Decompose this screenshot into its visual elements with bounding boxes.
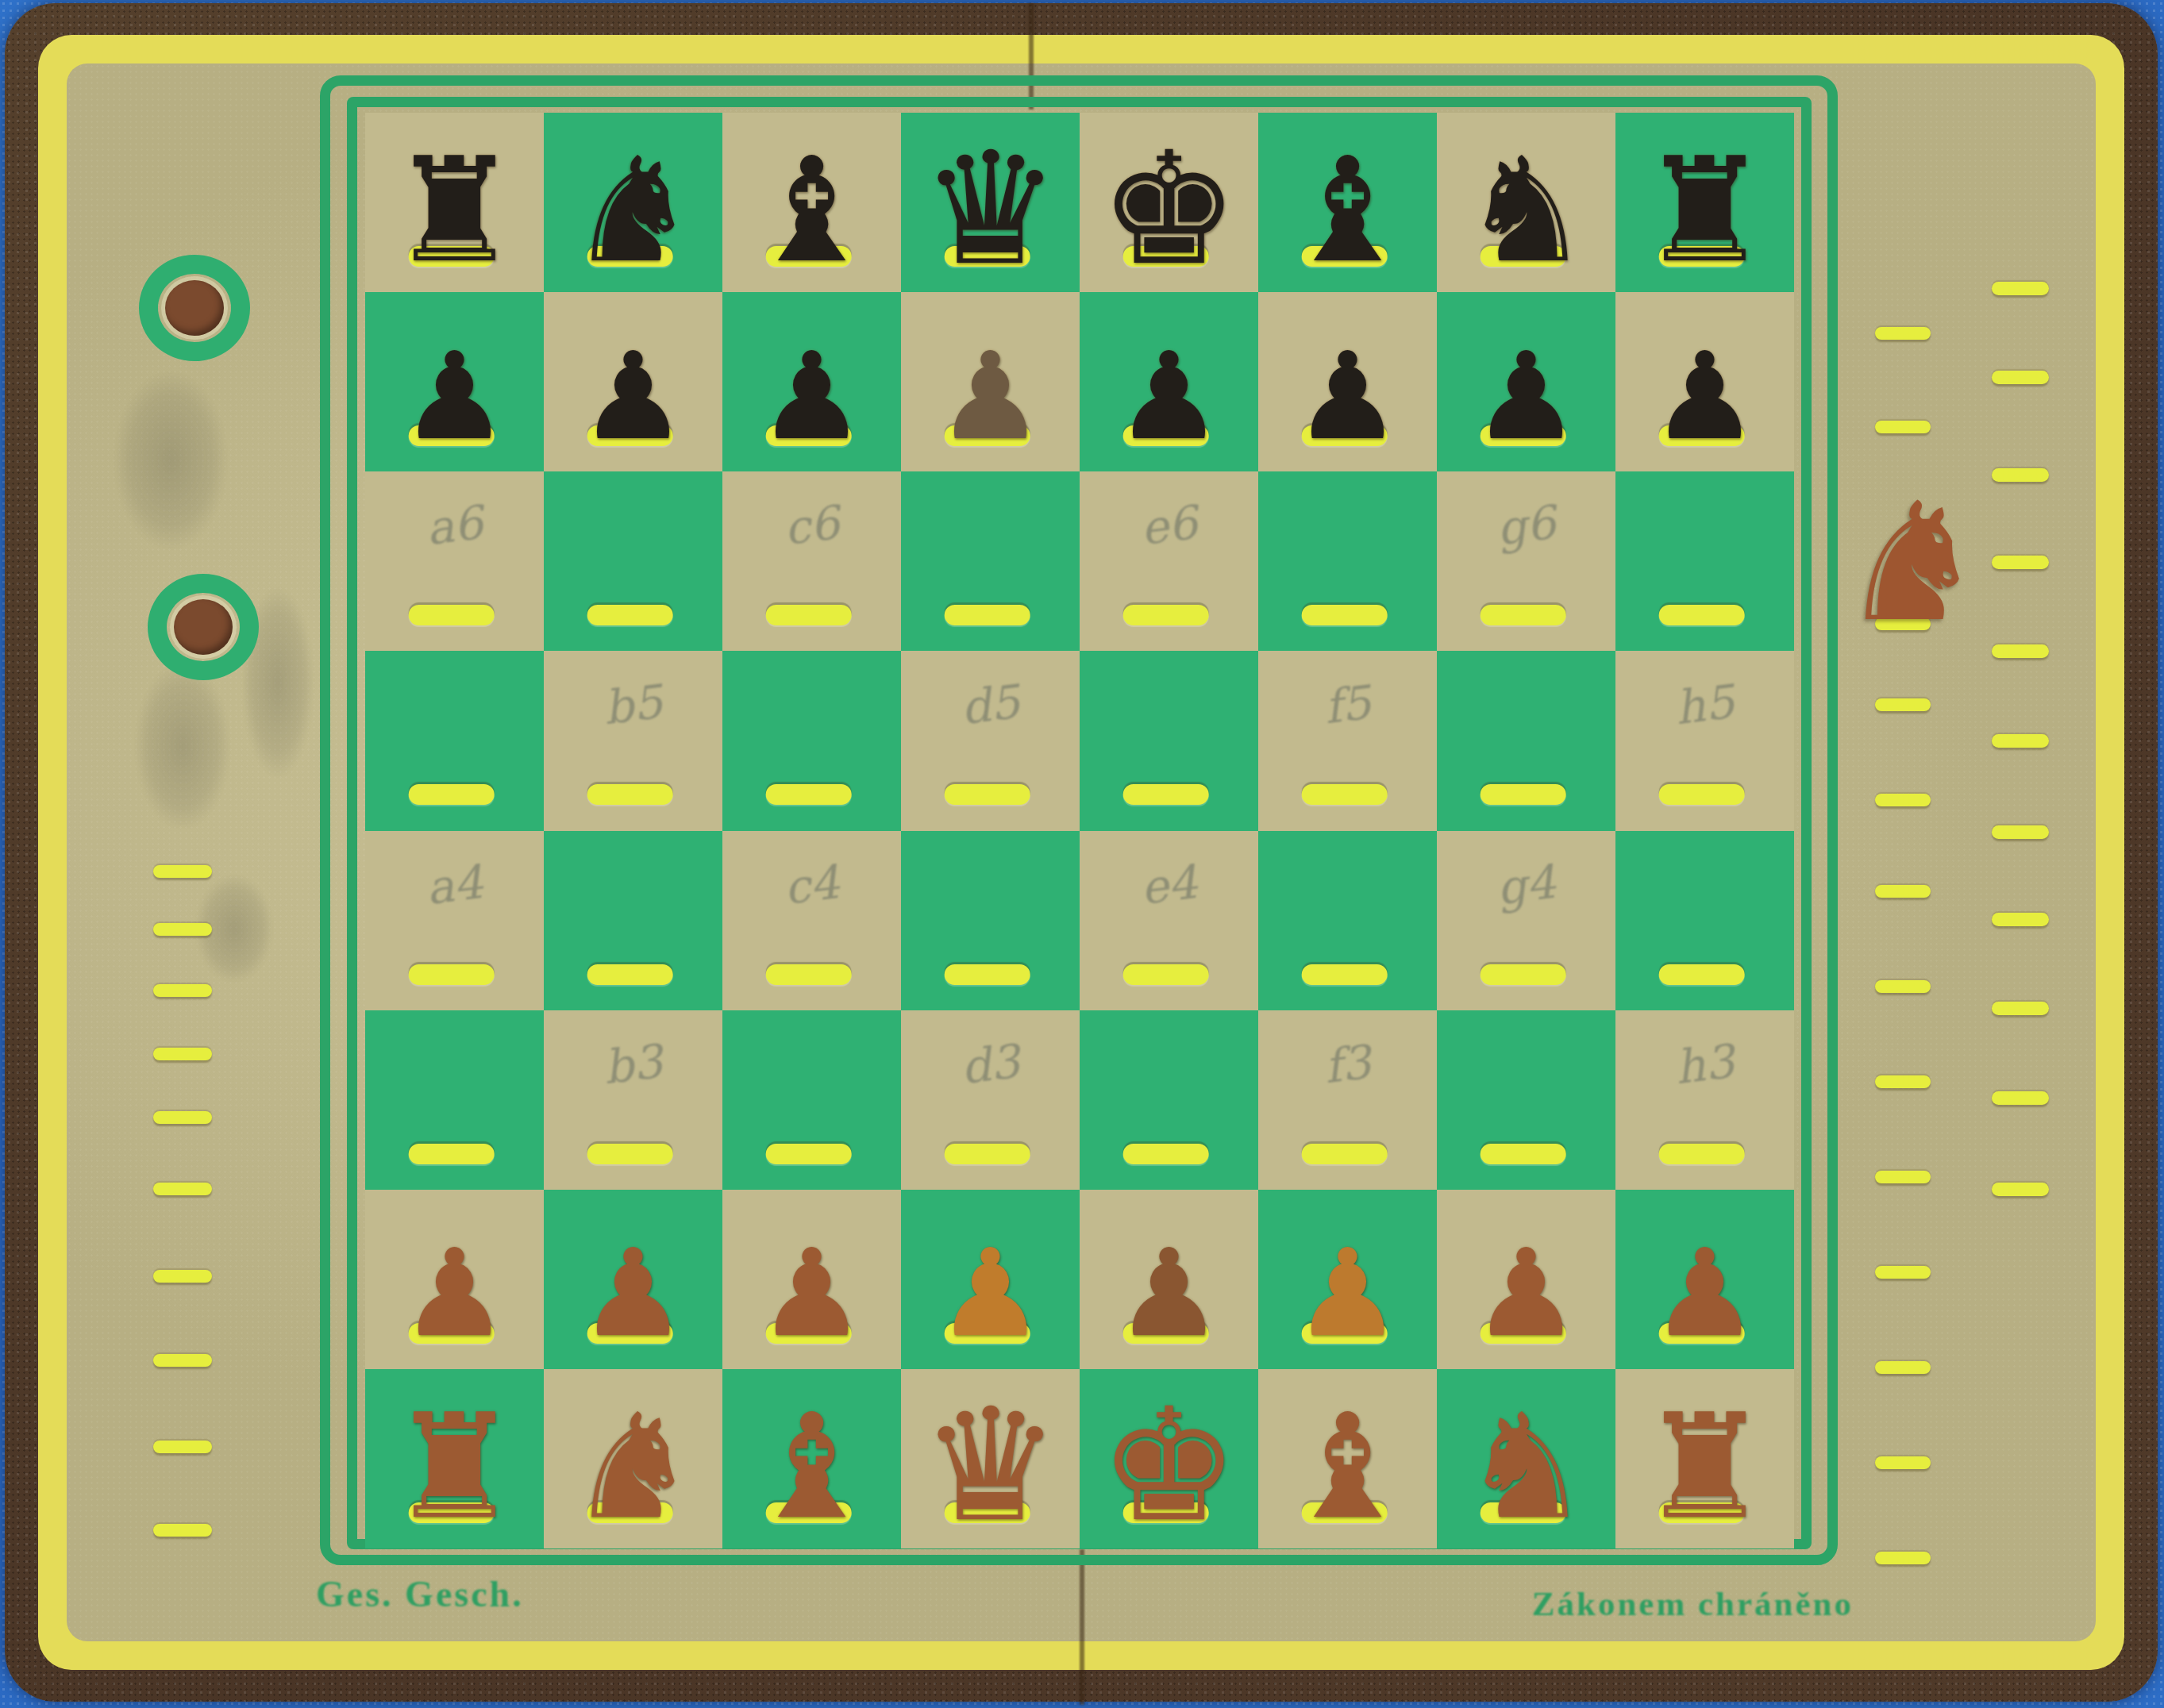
- pencil-note-h3: h3: [1613, 1026, 1797, 1102]
- rivet-center: [165, 280, 224, 336]
- storage-slot-right_inner_column: [1875, 1552, 1931, 1564]
- piece-slot-h5: [1658, 784, 1744, 805]
- piece-slot-g5: [1480, 784, 1565, 805]
- piece-white-pawn-f2: ♟: [1258, 1190, 1437, 1369]
- square-f6: [1258, 471, 1437, 651]
- storage-slot-right_inner_column: [1875, 698, 1931, 711]
- square-g1: ♞: [1437, 1369, 1615, 1548]
- piece-slot-d4: [944, 964, 1030, 985]
- square-d4: [901, 831, 1080, 1010]
- pencil-note-d5: d5: [899, 667, 1083, 743]
- piece-slot-e6: [1122, 605, 1208, 625]
- square-b6: [544, 471, 722, 651]
- rivet-bottom: [148, 574, 259, 680]
- square-e1: ♚: [1080, 1369, 1258, 1548]
- square-g2: ♟: [1437, 1190, 1615, 1369]
- storage-slot-left_column: [153, 1183, 212, 1195]
- square-e6: e6: [1080, 471, 1258, 651]
- storage-slot-right_outer_column: [1992, 913, 2049, 926]
- storage-slot-left_column: [153, 923, 212, 936]
- piece-black-bishop-c8: ♝: [722, 113, 901, 292]
- piece-slot-h3: [1658, 1144, 1744, 1164]
- piece-slot-c6: [765, 605, 851, 625]
- piece-slot-d6: [944, 605, 1030, 625]
- piece-black-queen-d8: ♛: [901, 113, 1080, 292]
- spare-white-knight: ♞: [1854, 467, 1970, 641]
- square-b3: b3: [544, 1010, 722, 1190]
- piece-white-pawn-b2: ♟: [544, 1190, 722, 1369]
- pencil-note-f3: f3: [1256, 1026, 1440, 1102]
- piece-white-pawn-h2: ♟: [1615, 1190, 1794, 1369]
- square-a1: ♜: [365, 1369, 544, 1548]
- storage-slot-right_inner_column: [1875, 980, 1931, 993]
- piece-white-bishop-c1: ♝: [722, 1369, 901, 1548]
- square-h2: ♟: [1615, 1190, 1794, 1369]
- storage-slot-left_column: [153, 865, 212, 878]
- piece-white-pawn-a2: ♟: [365, 1190, 544, 1369]
- pencil-note-g6: g6: [1434, 488, 1619, 564]
- piece-white-king-e1: ♚: [1080, 1369, 1258, 1548]
- square-g4: g4: [1437, 831, 1615, 1010]
- chess-board: ♜♞♝♛♚♝♞♜♟♟♟♟♟♟♟♟a6c6e6g6b5d5f5h5a4c4e4g4…: [365, 113, 1794, 1548]
- square-e8: ♚: [1080, 113, 1258, 292]
- square-b5: b5: [544, 651, 722, 830]
- square-b1: ♞: [544, 1369, 722, 1548]
- pencil-note-c6: c6: [720, 488, 904, 564]
- piece-slot-d3: [944, 1144, 1030, 1164]
- square-f5: f5: [1258, 651, 1437, 830]
- square-c1: ♝: [722, 1369, 901, 1548]
- piece-black-knight-g8: ♞: [1437, 113, 1615, 292]
- storage-slot-right_outer_column: [1992, 825, 2049, 839]
- storage-slot-right_outer_column: [1992, 371, 2049, 384]
- pencil-note-g4: g4: [1434, 847, 1619, 922]
- piece-black-knight-b8: ♞: [544, 113, 722, 292]
- pencil-note-e6: e6: [1077, 488, 1261, 564]
- pencil-note-c4: c4: [720, 847, 904, 922]
- piece-slot-g3: [1480, 1144, 1565, 1164]
- square-a4: a4: [365, 831, 544, 1010]
- piece-white-knight-g1: ♞: [1437, 1369, 1615, 1548]
- storage-slot-left_column: [153, 1441, 212, 1453]
- storage-slot-right_outer_column: [1992, 1002, 2049, 1015]
- square-f8: ♝: [1258, 113, 1437, 292]
- square-h7: ♟: [1615, 292, 1794, 471]
- square-c7: ♟: [722, 292, 901, 471]
- square-a2: ♟: [365, 1190, 544, 1369]
- square-h3: h3: [1615, 1010, 1794, 1190]
- piece-slot-e4: [1122, 964, 1208, 985]
- square-d1: ♛: [901, 1369, 1080, 1548]
- piece-white-pawn-d2: ♟: [901, 1190, 1080, 1369]
- piece-black-rook-a8: ♜: [365, 113, 544, 292]
- storage-slot-right_inner_column: [1875, 794, 1931, 806]
- piece-slot-d5: [944, 784, 1030, 805]
- piece-slot-e3: [1122, 1144, 1208, 1164]
- storage-slot-right_outer_column: [1992, 468, 2049, 482]
- storage-slot-right_outer_column: [1992, 556, 2049, 569]
- piece-black-king-e8: ♚: [1080, 113, 1258, 292]
- square-g3: [1437, 1010, 1615, 1190]
- square-d3: d3: [901, 1010, 1080, 1190]
- piece-slot-a3: [408, 1144, 494, 1164]
- piece-slot-b6: [587, 605, 672, 625]
- square-h5: h5: [1615, 651, 1794, 830]
- storage-slot-left_column: [153, 1111, 212, 1124]
- piece-slot-g6: [1480, 605, 1565, 625]
- square-d2: ♟: [901, 1190, 1080, 1369]
- square-h1: ♜: [1615, 1369, 1794, 1548]
- square-f1: ♝: [1258, 1369, 1437, 1548]
- square-a8: ♜: [365, 113, 544, 292]
- square-h4: [1615, 831, 1794, 1010]
- square-g7: ♟: [1437, 292, 1615, 471]
- square-a6: a6: [365, 471, 544, 651]
- square-f7: ♟: [1258, 292, 1437, 471]
- square-c8: ♝: [722, 113, 901, 292]
- square-b2: ♟: [544, 1190, 722, 1369]
- pencil-note-b5: b5: [541, 667, 726, 743]
- storage-slot-left_column: [153, 1048, 212, 1060]
- storage-slot-right_outer_column: [1992, 734, 2049, 748]
- square-g8: ♞: [1437, 113, 1615, 292]
- piece-black-pawn-c7: ♟: [722, 292, 901, 471]
- pencil-note-f5: f5: [1256, 667, 1440, 743]
- square-d6: [901, 471, 1080, 651]
- piece-slot-c5: [765, 784, 851, 805]
- piece-black-pawn-e7: ♟: [1080, 292, 1258, 471]
- square-c3: [722, 1010, 901, 1190]
- piece-white-pawn-g2: ♟: [1437, 1190, 1615, 1369]
- square-c2: ♟: [722, 1190, 901, 1369]
- piece-black-rook-h8: ♜: [1615, 113, 1794, 292]
- piece-slot-a4: [408, 964, 494, 985]
- square-e4: e4: [1080, 831, 1258, 1010]
- storage-slot-right_inner_column: [1875, 327, 1931, 340]
- square-f3: f3: [1258, 1010, 1437, 1190]
- fold-crease-bottom: [1080, 1549, 1084, 1705]
- storage-slot-right_outer_column: [1992, 282, 2049, 295]
- square-e7: ♟: [1080, 292, 1258, 471]
- piece-slot-f6: [1301, 605, 1387, 625]
- pencil-note-h5: h5: [1613, 667, 1797, 743]
- piece-white-rook-h1: ♜: [1615, 1369, 1794, 1548]
- storage-slot-left_column: [153, 1524, 212, 1537]
- square-a3: [365, 1010, 544, 1190]
- piece-slot-c3: [765, 1144, 851, 1164]
- piece-slot-g4: [1480, 964, 1565, 985]
- piece-slot-f4: [1301, 964, 1387, 985]
- storage-slot-right_inner_column: [1875, 1075, 1931, 1088]
- piece-slot-a5: [408, 784, 494, 805]
- pocket-chess-set-photo: ♜♞♝♛♚♝♞♜♟♟♟♟♟♟♟♟a6c6e6g6b5d5f5h5a4c4e4g4…: [0, 0, 2164, 1708]
- piece-slot-e5: [1122, 784, 1208, 805]
- square-c4: c4: [722, 831, 901, 1010]
- storage-slot-left_column: [153, 984, 212, 997]
- piece-black-bishop-f8: ♝: [1258, 113, 1437, 292]
- piece-slot-b3: [587, 1144, 672, 1164]
- storage-slot-left_column: [153, 1270, 212, 1283]
- square-h6: [1615, 471, 1794, 651]
- piece-black-pawn-h7: ♟: [1615, 292, 1794, 471]
- square-d8: ♛: [901, 113, 1080, 292]
- square-g5: [1437, 651, 1615, 830]
- piece-white-rook-a1: ♜: [365, 1369, 544, 1548]
- piece-black-pawn-b7: ♟: [544, 292, 722, 471]
- square-h8: ♜: [1615, 113, 1794, 292]
- storage-slot-right_inner_column: [1875, 1266, 1931, 1279]
- square-b7: ♟: [544, 292, 722, 471]
- piece-slot-f3: [1301, 1144, 1387, 1164]
- storage-slot-right_inner_column: [1875, 1361, 1931, 1374]
- maker-mark-text: Ges. Gesch.: [316, 1573, 524, 1615]
- square-e3: [1080, 1010, 1258, 1190]
- storage-slot-right_inner_column: [1875, 885, 1931, 898]
- pencil-note-b3: b3: [541, 1026, 726, 1102]
- square-c5: [722, 651, 901, 830]
- piece-white-queen-d1: ♛: [901, 1369, 1080, 1548]
- piece-slot-h4: [1658, 964, 1744, 985]
- square-f2: ♟: [1258, 1190, 1437, 1369]
- protection-mark-text: Zákonem chráněno: [1512, 1584, 1854, 1623]
- rivet-top: [139, 255, 250, 361]
- piece-slot-a6: [408, 605, 494, 625]
- piece-slot-b4: [587, 964, 672, 985]
- square-d5: d5: [901, 651, 1080, 830]
- storage-slot-right_inner_column: [1875, 1171, 1931, 1183]
- square-e2: ♟: [1080, 1190, 1258, 1369]
- piece-white-pawn-e2: ♟: [1080, 1190, 1258, 1369]
- storage-slot-right_inner_column: [1875, 421, 1931, 433]
- rivet-center: [174, 599, 233, 655]
- square-b8: ♞: [544, 113, 722, 292]
- square-e5: [1080, 651, 1258, 830]
- pencil-note-e4: e4: [1077, 847, 1261, 922]
- piece-white-pawn-c2: ♟: [722, 1190, 901, 1369]
- storage-slot-left_column: [153, 1354, 212, 1367]
- square-d7: ♟: [901, 292, 1080, 471]
- square-a7: ♟: [365, 292, 544, 471]
- piece-black-pawn-d7: ♟: [901, 292, 1080, 471]
- square-g6: g6: [1437, 471, 1615, 651]
- piece-white-knight-b1: ♞: [544, 1369, 722, 1548]
- piece-black-pawn-a7: ♟: [365, 292, 544, 471]
- square-c6: c6: [722, 471, 901, 651]
- piece-black-pawn-f7: ♟: [1258, 292, 1437, 471]
- piece-slot-h6: [1658, 605, 1744, 625]
- square-f4: [1258, 831, 1437, 1010]
- pencil-note-a6: a6: [363, 488, 547, 564]
- storage-slot-right_outer_column: [1992, 1091, 2049, 1105]
- piece-slot-f5: [1301, 784, 1387, 805]
- square-a5: [365, 651, 544, 830]
- piece-slot-c4: [765, 964, 851, 985]
- storage-slot-right_inner_column: [1875, 1456, 1931, 1469]
- square-b4: [544, 831, 722, 1010]
- storage-slot-right_outer_column: [1992, 644, 2049, 658]
- pencil-note-d3: d3: [899, 1026, 1083, 1102]
- piece-white-bishop-f1: ♝: [1258, 1369, 1437, 1548]
- pencil-note-a4: a4: [363, 847, 547, 922]
- piece-black-pawn-g7: ♟: [1437, 292, 1615, 471]
- storage-slot-right_outer_column: [1992, 1183, 2049, 1196]
- piece-slot-b5: [587, 784, 672, 805]
